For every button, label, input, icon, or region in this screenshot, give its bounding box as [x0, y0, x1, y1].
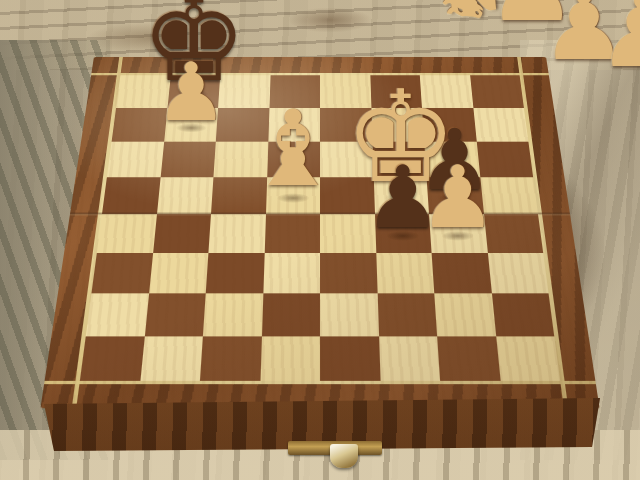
square-a5[interactable] [102, 177, 160, 214]
square-c1[interactable] [200, 336, 262, 381]
square-h3[interactable] [487, 253, 548, 294]
square-g1[interactable] [437, 336, 500, 381]
white-pawn-g4[interactable]: ♟ [419, 154, 496, 240]
square-g2[interactable] [434, 293, 495, 336]
square-g3[interactable] [432, 253, 492, 294]
square-b6[interactable] [160, 142, 216, 177]
square-c2[interactable] [203, 293, 263, 336]
square-f2[interactable] [377, 293, 437, 336]
white-bishop-d5[interactable]: ♝ [246, 97, 340, 202]
square-h8[interactable] [470, 75, 524, 107]
square-c3[interactable] [206, 253, 264, 294]
square-a6[interactable] [107, 142, 164, 177]
inlay-line-bottom [44, 381, 596, 384]
square-f3[interactable] [376, 253, 434, 294]
brass-latch-clasp[interactable] [330, 444, 358, 468]
square-a4[interactable] [97, 214, 157, 253]
square-a2[interactable] [86, 293, 149, 336]
square-d3[interactable] [263, 253, 320, 294]
square-a3[interactable] [91, 253, 152, 294]
square-h2[interactable] [491, 293, 554, 336]
square-c4[interactable] [208, 214, 265, 253]
square-b1[interactable] [140, 336, 203, 381]
square-b5[interactable] [157, 177, 214, 214]
square-b4[interactable] [153, 214, 211, 253]
square-a1[interactable] [80, 336, 145, 381]
white-pawn-b7[interactable]: ♟ [155, 51, 227, 131]
square-f1[interactable] [379, 336, 441, 381]
square-b3[interactable] [149, 253, 209, 294]
square-b2[interactable] [144, 293, 205, 336]
square-e3[interactable] [320, 253, 377, 294]
square-e2[interactable] [320, 293, 379, 336]
square-d4[interactable] [264, 214, 320, 253]
square-d1[interactable] [260, 336, 320, 381]
square-d2[interactable] [261, 293, 320, 336]
square-h1[interactable] [496, 336, 561, 381]
off-board-white-pawn-4[interactable]: ♟ [597, 0, 640, 82]
photo-scene: ♚♟♝♚♟♟♟ ♞♟♟♟ [0, 0, 640, 480]
square-e1[interactable] [320, 336, 380, 381]
